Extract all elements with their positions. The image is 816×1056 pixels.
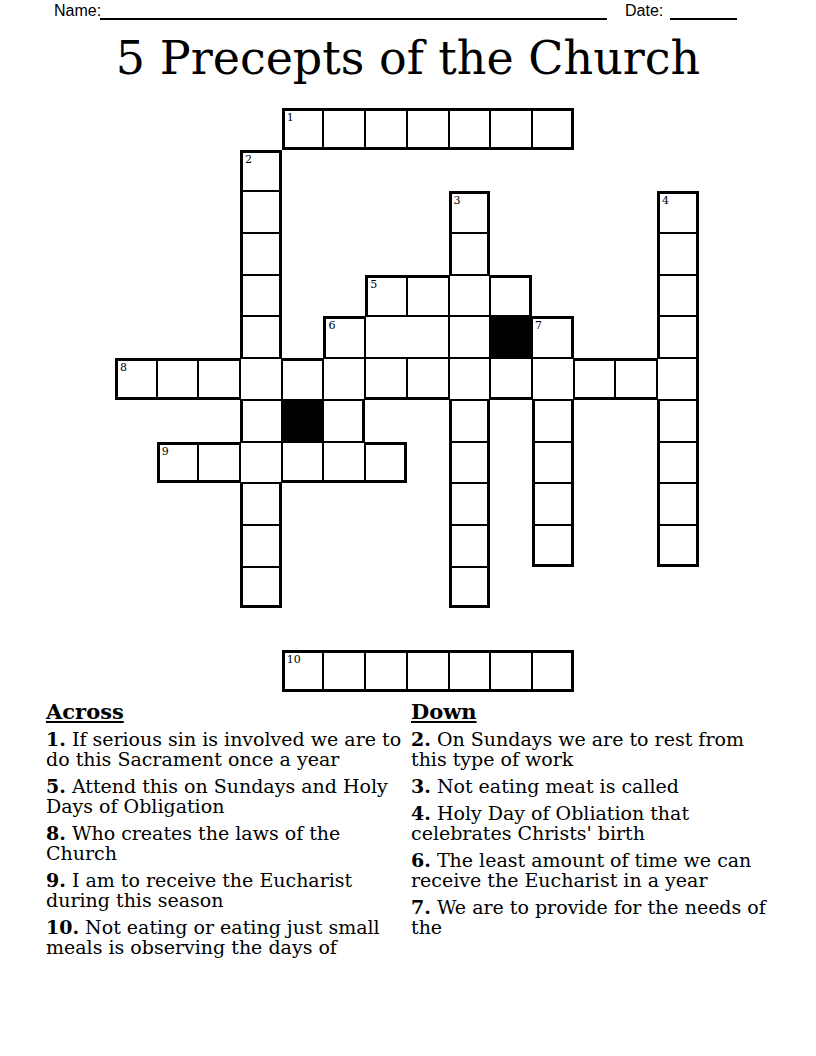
grid-cell[interactable]: [282, 442, 324, 484]
name-input-line[interactable]: [100, 0, 607, 20]
grid-cell[interactable]: [532, 525, 574, 567]
grid-cell[interactable]: [198, 358, 240, 400]
grid-cell[interactable]: [407, 275, 449, 317]
grid-cell[interactable]: [407, 358, 449, 400]
down-clue-list: 2. On Sundays we are to rest from this t…: [411, 729, 773, 937]
grid-cell[interactable]: [365, 108, 407, 150]
grid-cell[interactable]: [365, 650, 407, 692]
worksheet-page: Name: Date: 5 Precepts of the Church 123…: [0, 0, 816, 1056]
grid-cell[interactable]: [449, 400, 491, 442]
cell-number: 6: [328, 319, 335, 332]
grid-cell[interactable]: [323, 358, 365, 400]
grid-cell[interactable]: [449, 275, 491, 317]
grid-cell[interactable]: [449, 108, 491, 150]
grid-cell[interactable]: [240, 400, 282, 442]
grid-cell[interactable]: [323, 400, 365, 442]
grid-cell[interactable]: 5: [365, 275, 407, 317]
grid-cell[interactable]: [449, 650, 491, 692]
cell-number: 8: [120, 361, 127, 374]
grid-cell[interactable]: [657, 358, 699, 400]
clue-number: 10.: [46, 916, 79, 938]
grid-cell[interactable]: 6: [323, 316, 365, 358]
clue-across-10: 10. Not eating or eating just small meal…: [46, 917, 408, 957]
page-title: 5 Precepts of the Church: [0, 31, 816, 86]
grid-cell[interactable]: [240, 191, 282, 233]
grid-cell[interactable]: [240, 525, 282, 567]
clue-across-8: 8. Who creates the laws of the Church: [46, 823, 408, 863]
clue-across-1: 1. If serious sin is involved we are to …: [46, 729, 408, 769]
across-header: Across: [46, 699, 408, 724]
grid-cell[interactable]: [532, 483, 574, 525]
clue-number: 8.: [46, 822, 66, 844]
grid-cell[interactable]: [574, 358, 616, 400]
grid-cell[interactable]: [532, 650, 574, 692]
grid-cell[interactable]: [449, 567, 491, 609]
date-label: Date:: [625, 2, 663, 20]
grid-cell[interactable]: [323, 442, 365, 484]
grid-cell[interactable]: [407, 316, 449, 358]
grid-cell[interactable]: [323, 108, 365, 150]
grid-cell[interactable]: [657, 483, 699, 525]
clue-down-2: 2. On Sundays we are to rest from this t…: [411, 729, 773, 769]
down-clues-section: Down 2. On Sundays we are to rest from t…: [411, 699, 773, 944]
across-clue-list: 1. If serious sin is involved we are to …: [46, 729, 408, 957]
clue-down-4: 4. Holy Day of Obliation that celebrates…: [411, 803, 773, 843]
grid-cell[interactable]: [657, 400, 699, 442]
clue-down-3: 3. Not eating meat is called: [411, 776, 773, 796]
grid-cell[interactable]: [532, 358, 574, 400]
grid-cell[interactable]: [240, 316, 282, 358]
grid-cell[interactable]: [449, 358, 491, 400]
grid-cell[interactable]: [615, 358, 657, 400]
grid-cell[interactable]: [449, 316, 491, 358]
clue-number: 1.: [46, 728, 66, 750]
clue-across-9: 9. I am to receive the Eucharist during …: [46, 870, 408, 910]
cell-number: 3: [454, 194, 461, 207]
clue-number: 7.: [411, 896, 431, 918]
cell-number: 7: [535, 319, 542, 332]
grid-cell[interactable]: [490, 650, 532, 692]
grid-cell[interactable]: 9: [157, 442, 199, 484]
grid-cell[interactable]: [532, 108, 574, 150]
date-input-line[interactable]: [670, 0, 737, 20]
grid-cell[interactable]: [240, 567, 282, 609]
grid-cell[interactable]: [240, 483, 282, 525]
clue-number: 5.: [46, 775, 66, 797]
grid-cell[interactable]: [449, 442, 491, 484]
black-cell: [490, 316, 532, 358]
grid-cell[interactable]: [490, 358, 532, 400]
grid-cell[interactable]: [240, 275, 282, 317]
name-label: Name:: [54, 2, 101, 20]
grid-cell[interactable]: [657, 442, 699, 484]
grid-cell[interactable]: [282, 358, 324, 400]
grid-cell[interactable]: 4: [657, 191, 699, 233]
grid-cell[interactable]: [240, 233, 282, 275]
clue-number: 2.: [411, 728, 431, 750]
clue-number: 6.: [411, 849, 431, 871]
black-cell: [282, 400, 324, 442]
grid-cell[interactable]: 3: [449, 191, 491, 233]
grid-cell[interactable]: [407, 108, 449, 150]
cell-number: 5: [370, 278, 377, 291]
crossword-grid: 12345678910: [115, 108, 699, 692]
grid-cell[interactable]: 7: [532, 316, 574, 358]
clue-number: 4.: [411, 802, 431, 824]
cell-number: 9: [162, 445, 169, 458]
grid-cell[interactable]: [532, 442, 574, 484]
grid-cell[interactable]: [657, 275, 699, 317]
clue-number: 9.: [46, 869, 66, 891]
grid-cell[interactable]: [407, 650, 449, 692]
clue-down-6: 6. The least amount of time we can recei…: [411, 850, 773, 890]
grid-cell[interactable]: 8: [115, 358, 157, 400]
clue-number: 3.: [411, 775, 431, 797]
grid-cell[interactable]: [198, 442, 240, 484]
cell-number: 2: [245, 153, 252, 166]
grid-cell[interactable]: [657, 233, 699, 275]
down-header: Down: [411, 699, 773, 724]
grid-cell[interactable]: 2: [240, 150, 282, 192]
grid-cell[interactable]: [365, 442, 407, 484]
clue-across-5: 5. Attend this on Sundays and Holy Days …: [46, 776, 408, 816]
grid-cell[interactable]: [532, 400, 574, 442]
grid-cell[interactable]: [157, 358, 199, 400]
grid-cell[interactable]: [365, 316, 407, 358]
grid-cell[interactable]: [449, 233, 491, 275]
grid-cell[interactable]: [449, 483, 491, 525]
grid-cell[interactable]: [657, 525, 699, 567]
grid-cell[interactable]: 1: [282, 108, 324, 150]
grid-cell[interactable]: [657, 316, 699, 358]
clue-down-7: 7. We are to provide for the needs of th…: [411, 897, 773, 937]
cell-number: 10: [287, 653, 301, 666]
grid-cell[interactable]: [490, 108, 532, 150]
grid-cell[interactable]: [490, 275, 532, 317]
grid-cell[interactable]: 10: [282, 650, 324, 692]
grid-cell[interactable]: [323, 650, 365, 692]
grid-cell[interactable]: [449, 525, 491, 567]
across-clues-section: Across 1. If serious sin is involved we …: [46, 699, 408, 964]
grid-cell[interactable]: [240, 442, 282, 484]
cell-number: 1: [287, 111, 294, 124]
grid-cell[interactable]: [240, 358, 282, 400]
cell-number: 4: [662, 194, 669, 207]
grid-cell[interactable]: [365, 358, 407, 400]
